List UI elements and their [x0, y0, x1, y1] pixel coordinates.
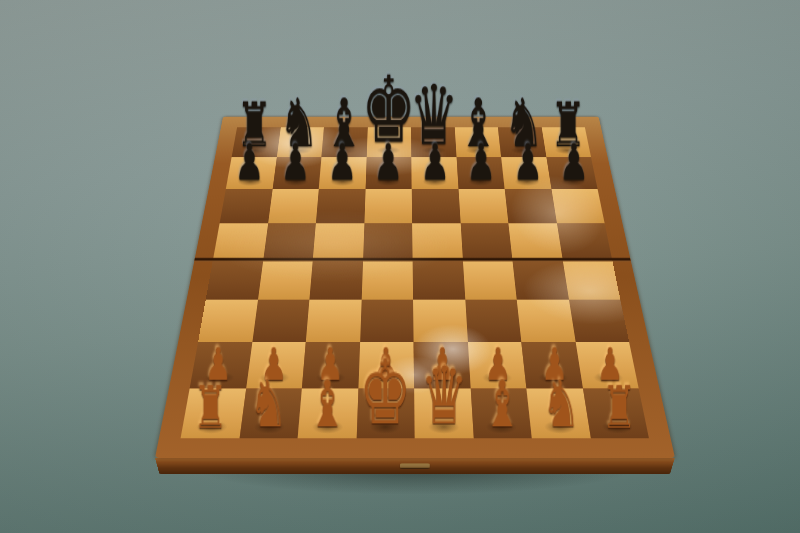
photo-scene: ♜♞♝♚♛♝♞♜♟♟♟♟♟♟♟♟♟♟♟♟♟♟♟♟♜♞♝♚♛♝♞♜: [0, 0, 800, 533]
piece-white-rook: ♜: [193, 378, 228, 437]
square-d5: [363, 223, 413, 260]
square-g1: ♞: [526, 388, 590, 438]
square-g3: [517, 299, 576, 342]
square-c6: [316, 189, 365, 223]
square-c4: [309, 260, 362, 300]
piece-black-pawn: ♟: [373, 138, 403, 188]
piece-white-knight: ♞: [249, 372, 288, 437]
piece-white-rook: ♜: [602, 378, 637, 437]
piece-black-pawn: ♟: [327, 138, 357, 188]
square-d6: [364, 189, 412, 223]
piece-white-bishop: ♝: [308, 372, 347, 437]
square-a1: ♜: [181, 388, 246, 438]
square-d3: [360, 299, 414, 342]
square-e5: [412, 223, 462, 260]
square-d4: [361, 260, 413, 300]
square-e1: ♛: [414, 388, 473, 438]
piece-white-knight: ♞: [542, 372, 581, 437]
piece-black-pawn: ♟: [466, 138, 496, 188]
square-b5: [263, 223, 316, 260]
square-e7: ♟: [411, 157, 458, 189]
square-h3: [568, 299, 629, 342]
square-b6: [268, 189, 319, 223]
square-e3: [413, 299, 467, 342]
piece-black-pawn: ♟: [420, 138, 450, 188]
hinge-seam: [194, 258, 631, 262]
board-grid: ♜♞♝♚♛♝♞♜♟♟♟♟♟♟♟♟♟♟♟♟♟♟♟♟♜♞♝♚♛♝♞♜: [181, 127, 649, 438]
square-g5: [508, 223, 562, 260]
piece-black-pawn: ♟: [513, 138, 543, 188]
square-c5: [313, 223, 364, 260]
square-h7: ♟: [546, 157, 597, 189]
piece-white-king: ♚: [359, 348, 412, 436]
square-b3: [252, 299, 309, 342]
square-c1: ♝: [298, 388, 358, 438]
piece-black-pawn: ♟: [281, 138, 311, 188]
square-d1: ♚: [356, 388, 415, 438]
piece-black-pawn: ♟: [559, 138, 589, 188]
square-g6: [505, 189, 557, 223]
piece-white-bishop: ♝: [483, 372, 522, 437]
board-front-edge: [155, 458, 675, 474]
square-b1: ♞: [239, 388, 302, 438]
square-b4: [258, 260, 313, 300]
square-e4: [413, 260, 465, 300]
square-a4: [206, 260, 263, 300]
square-h6: [551, 189, 605, 223]
square-e6: [412, 189, 461, 223]
square-g7: ♟: [501, 157, 551, 189]
square-a3: [198, 299, 258, 342]
chess-board: ♜♞♝♚♛♝♞♜♟♟♟♟♟♟♟♟♟♟♟♟♟♟♟♟♜♞♝♚♛♝♞♜: [155, 117, 675, 458]
square-b7: ♟: [272, 157, 321, 189]
square-a7: ♟: [226, 157, 277, 189]
square-a6: [220, 189, 273, 223]
square-g4: [512, 260, 568, 300]
square-h4: [562, 260, 620, 300]
square-f5: [460, 223, 512, 260]
square-c3: [306, 299, 361, 342]
square-f7: ♟: [456, 157, 504, 189]
square-f3: [465, 299, 521, 342]
square-h5: [556, 223, 612, 260]
square-f4: [462, 260, 516, 300]
square-h1: ♜: [582, 388, 648, 438]
square-f6: [458, 189, 508, 223]
square-a5: [213, 223, 268, 260]
clasp: [400, 464, 430, 469]
piece-black-pawn: ♟: [234, 138, 264, 188]
square-f1: ♝: [470, 388, 532, 438]
square-c7: ♟: [319, 157, 367, 189]
square-d7: ♟: [365, 157, 411, 189]
piece-white-queen: ♛: [420, 357, 468, 437]
